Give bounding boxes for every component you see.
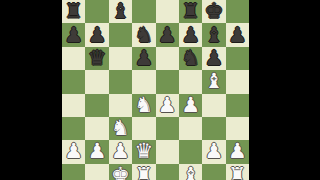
piece-white-bishop-f1[interactable]: ♝ <box>181 163 200 180</box>
square-a7[interactable]: ♟ <box>62 23 85 46</box>
letterbox-left-bar <box>0 0 62 180</box>
square-b4[interactable] <box>85 94 108 117</box>
square-b3[interactable] <box>85 117 108 140</box>
piece-white-pawn-h2[interactable]: ♟ <box>228 140 247 163</box>
square-a2[interactable]: ♟ <box>62 140 85 163</box>
square-f8[interactable]: ♜ <box>179 0 202 23</box>
square-d4[interactable]: ♞ <box>132 94 155 117</box>
square-e3[interactable] <box>156 117 179 140</box>
piece-white-pawn-b2[interactable]: ♟ <box>88 140 107 163</box>
piece-black-knight-f6[interactable]: ♞ <box>181 46 200 69</box>
piece-white-pawn-f4[interactable]: ♟ <box>181 93 200 116</box>
square-f4[interactable]: ♟ <box>179 94 202 117</box>
square-g5[interactable]: ♝ <box>202 70 225 93</box>
square-h1[interactable]: ♜ <box>226 164 249 180</box>
square-d2[interactable]: ♛ <box>132 140 155 163</box>
piece-black-pawn-h7[interactable]: ♟ <box>228 23 247 46</box>
square-d6[interactable]: ♟ <box>132 47 155 70</box>
piece-white-pawn-e4[interactable]: ♟ <box>158 93 177 116</box>
piece-black-king-g8[interactable]: ♚ <box>205 0 224 23</box>
square-a1[interactable] <box>62 164 85 180</box>
piece-black-pawn-d6[interactable]: ♟ <box>134 46 153 69</box>
square-b5[interactable] <box>85 70 108 93</box>
square-f2[interactable] <box>179 140 202 163</box>
square-e1[interactable] <box>156 164 179 180</box>
square-d3[interactable] <box>132 117 155 140</box>
square-f5[interactable] <box>179 70 202 93</box>
piece-white-rook-h1[interactable]: ♜ <box>228 163 247 180</box>
square-f7[interactable]: ♟ <box>179 23 202 46</box>
piece-black-bishop-c8[interactable]: ♝ <box>111 0 130 23</box>
square-c5[interactable] <box>109 70 132 93</box>
letterbox-right-bar <box>249 0 320 180</box>
piece-white-queen-d2[interactable]: ♛ <box>134 140 153 163</box>
square-e6[interactable] <box>156 47 179 70</box>
piece-white-bishop-g5[interactable]: ♝ <box>205 70 224 93</box>
square-e7[interactable]: ♟ <box>156 23 179 46</box>
square-h2[interactable]: ♟ <box>226 140 249 163</box>
square-c2[interactable]: ♟ <box>109 140 132 163</box>
square-g7[interactable]: ♝ <box>202 23 225 46</box>
square-c3[interactable]: ♞ <box>109 117 132 140</box>
square-h7[interactable]: ♟ <box>226 23 249 46</box>
square-g3[interactable] <box>202 117 225 140</box>
square-b6[interactable]: ♛ <box>85 47 108 70</box>
piece-black-bishop-g7[interactable]: ♝ <box>205 23 224 46</box>
square-b7[interactable]: ♟ <box>85 23 108 46</box>
square-c6[interactable] <box>109 47 132 70</box>
square-a5[interactable] <box>62 70 85 93</box>
square-c7[interactable] <box>109 23 132 46</box>
piece-black-pawn-g6[interactable]: ♟ <box>205 46 224 69</box>
chess-board[interactable]: ♜♝♜♚♟♟♞♟♟♝♟♛♟♞♟♝♞♟♟♞♟♟♟♛♟♟♚♜♝♜ <box>62 0 249 180</box>
piece-white-king-c1[interactable]: ♚ <box>111 163 130 180</box>
piece-white-rook-d1[interactable]: ♜ <box>134 163 153 180</box>
square-d8[interactable] <box>132 0 155 23</box>
piece-black-pawn-b7[interactable]: ♟ <box>88 23 107 46</box>
piece-black-rook-a8[interactable]: ♜ <box>64 0 83 23</box>
square-e2[interactable] <box>156 140 179 163</box>
piece-white-pawn-g2[interactable]: ♟ <box>205 140 224 163</box>
square-f6[interactable]: ♞ <box>179 47 202 70</box>
piece-black-pawn-e7[interactable]: ♟ <box>158 23 177 46</box>
video-frame: ♜♝♜♚♟♟♞♟♟♝♟♛♟♞♟♝♞♟♟♞♟♟♟♛♟♟♚♜♝♜ <box>0 0 320 180</box>
square-f1[interactable]: ♝ <box>179 164 202 180</box>
square-g6[interactable]: ♟ <box>202 47 225 70</box>
piece-black-queen-b6[interactable]: ♛ <box>88 46 107 69</box>
square-a4[interactable] <box>62 94 85 117</box>
square-g4[interactable] <box>202 94 225 117</box>
piece-black-knight-d7[interactable]: ♞ <box>134 23 153 46</box>
square-c4[interactable] <box>109 94 132 117</box>
square-e8[interactable] <box>156 0 179 23</box>
square-f3[interactable] <box>179 117 202 140</box>
piece-black-pawn-f7[interactable]: ♟ <box>181 23 200 46</box>
square-e5[interactable] <box>156 70 179 93</box>
square-g2[interactable]: ♟ <box>202 140 225 163</box>
piece-black-pawn-a7[interactable]: ♟ <box>64 23 83 46</box>
square-d1[interactable]: ♜ <box>132 164 155 180</box>
square-c8[interactable]: ♝ <box>109 0 132 23</box>
square-b2[interactable]: ♟ <box>85 140 108 163</box>
square-a3[interactable] <box>62 117 85 140</box>
square-a8[interactable]: ♜ <box>62 0 85 23</box>
square-h8[interactable] <box>226 0 249 23</box>
square-h4[interactable] <box>226 94 249 117</box>
piece-white-knight-d4[interactable]: ♞ <box>134 93 153 116</box>
square-d5[interactable] <box>132 70 155 93</box>
square-b8[interactable] <box>85 0 108 23</box>
square-e4[interactable]: ♟ <box>156 94 179 117</box>
piece-white-pawn-a2[interactable]: ♟ <box>64 140 83 163</box>
square-h6[interactable] <box>226 47 249 70</box>
square-g1[interactable] <box>202 164 225 180</box>
square-c1[interactable]: ♚ <box>109 164 132 180</box>
square-d7[interactable]: ♞ <box>132 23 155 46</box>
piece-white-knight-c3[interactable]: ♞ <box>111 117 130 140</box>
square-h3[interactable] <box>226 117 249 140</box>
square-g8[interactable]: ♚ <box>202 0 225 23</box>
square-a6[interactable] <box>62 47 85 70</box>
square-h5[interactable] <box>226 70 249 93</box>
piece-white-pawn-c2[interactable]: ♟ <box>111 140 130 163</box>
piece-black-rook-f8[interactable]: ♜ <box>181 0 200 23</box>
square-b1[interactable] <box>85 164 108 180</box>
